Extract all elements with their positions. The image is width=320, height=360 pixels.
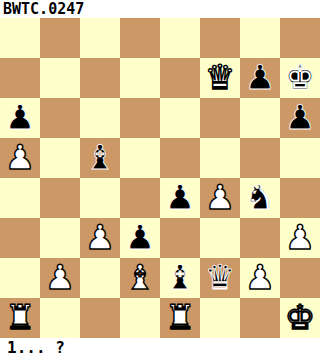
white-king[interactable]: ♚ — [285, 298, 315, 337]
white-bishop[interactable]: ♝ — [125, 258, 155, 297]
square-h3[interactable]: ♟ — [280, 218, 320, 258]
square-f7[interactable]: ♛ — [200, 58, 240, 98]
square-h2[interactable] — [280, 258, 320, 298]
white-pawn[interactable]: ♟ — [85, 218, 115, 257]
square-a6[interactable]: ♟ — [0, 98, 40, 138]
square-d1[interactable] — [120, 298, 160, 338]
square-h6[interactable]: ♟ — [280, 98, 320, 138]
square-e8[interactable] — [160, 18, 200, 58]
square-g1[interactable] — [240, 298, 280, 338]
square-h7[interactable]: ♚ — [280, 58, 320, 98]
white-pawn[interactable]: ♟ — [285, 218, 315, 257]
white-pawn[interactable]: ♟ — [245, 258, 275, 297]
white-rook[interactable]: ♜ — [165, 298, 195, 337]
square-f4[interactable]: ♟ — [200, 178, 240, 218]
square-d7[interactable] — [120, 58, 160, 98]
square-c1[interactable] — [80, 298, 120, 338]
square-e5[interactable] — [160, 138, 200, 178]
square-c5[interactable]: ♝ — [80, 138, 120, 178]
black-bishop[interactable]: ♝ — [165, 258, 195, 297]
square-g7[interactable]: ♟ — [240, 58, 280, 98]
square-b7[interactable] — [40, 58, 80, 98]
square-f1[interactable] — [200, 298, 240, 338]
square-b4[interactable] — [40, 178, 80, 218]
square-d5[interactable] — [120, 138, 160, 178]
square-d6[interactable] — [120, 98, 160, 138]
square-g2[interactable]: ♟ — [240, 258, 280, 298]
square-b5[interactable] — [40, 138, 80, 178]
square-c6[interactable] — [80, 98, 120, 138]
square-f5[interactable] — [200, 138, 240, 178]
square-d8[interactable] — [120, 18, 160, 58]
black-knight[interactable]: ♞ — [245, 178, 275, 217]
black-pawn[interactable]: ♟ — [125, 218, 155, 257]
black-pawn[interactable]: ♟ — [165, 178, 195, 217]
square-d3[interactable]: ♟ — [120, 218, 160, 258]
square-c7[interactable] — [80, 58, 120, 98]
square-a7[interactable] — [0, 58, 40, 98]
square-e4[interactable]: ♟ — [160, 178, 200, 218]
black-pawn[interactable]: ♟ — [245, 58, 275, 97]
square-d4[interactable] — [120, 178, 160, 218]
square-e2[interactable]: ♝ — [160, 258, 200, 298]
black-king[interactable]: ♚ — [285, 58, 315, 97]
square-c8[interactable] — [80, 18, 120, 58]
square-f6[interactable] — [200, 98, 240, 138]
white-queen[interactable]: ♛ — [205, 58, 235, 97]
white-rook[interactable]: ♜ — [5, 298, 35, 337]
square-h1[interactable]: ♚ — [280, 298, 320, 338]
white-pawn[interactable]: ♟ — [45, 258, 75, 297]
square-f3[interactable] — [200, 218, 240, 258]
chess-puzzle-diagram: BWTC.0247 ♛♟♚♟♟♟♝♟♟♞♟♟♟♟♝♝♛♟♜♜♚ 1... ? — [0, 0, 320, 360]
square-a8[interactable] — [0, 18, 40, 58]
square-e3[interactable] — [160, 218, 200, 258]
white-pawn[interactable]: ♟ — [5, 138, 35, 177]
black-bishop[interactable]: ♝ — [85, 138, 115, 177]
square-f8[interactable] — [200, 18, 240, 58]
square-e7[interactable] — [160, 58, 200, 98]
white-pawn[interactable]: ♟ — [205, 178, 235, 217]
square-a1[interactable]: ♜ — [0, 298, 40, 338]
square-e1[interactable]: ♜ — [160, 298, 200, 338]
square-a5[interactable]: ♟ — [0, 138, 40, 178]
chess-board: ♛♟♚♟♟♟♝♟♟♞♟♟♟♟♝♝♛♟♜♜♚ — [0, 18, 320, 338]
square-g8[interactable] — [240, 18, 280, 58]
square-f2[interactable]: ♛ — [200, 258, 240, 298]
black-queen[interactable]: ♛ — [205, 258, 235, 297]
square-h4[interactable] — [280, 178, 320, 218]
square-a2[interactable] — [0, 258, 40, 298]
square-a3[interactable] — [0, 218, 40, 258]
square-g3[interactable] — [240, 218, 280, 258]
square-d2[interactable]: ♝ — [120, 258, 160, 298]
square-g4[interactable]: ♞ — [240, 178, 280, 218]
square-c2[interactable] — [80, 258, 120, 298]
square-b8[interactable] — [40, 18, 80, 58]
square-b1[interactable] — [40, 298, 80, 338]
square-c3[interactable]: ♟ — [80, 218, 120, 258]
square-g5[interactable] — [240, 138, 280, 178]
square-e6[interactable] — [160, 98, 200, 138]
square-g6[interactable] — [240, 98, 280, 138]
move-prompt: 1... ? — [0, 338, 320, 360]
square-c4[interactable] — [80, 178, 120, 218]
square-h8[interactable] — [280, 18, 320, 58]
square-b2[interactable]: ♟ — [40, 258, 80, 298]
black-pawn[interactable]: ♟ — [5, 98, 35, 137]
puzzle-title: BWTC.0247 — [0, 0, 320, 18]
square-h5[interactable] — [280, 138, 320, 178]
square-b6[interactable] — [40, 98, 80, 138]
black-pawn[interactable]: ♟ — [285, 98, 315, 137]
square-b3[interactable] — [40, 218, 80, 258]
square-a4[interactable] — [0, 178, 40, 218]
